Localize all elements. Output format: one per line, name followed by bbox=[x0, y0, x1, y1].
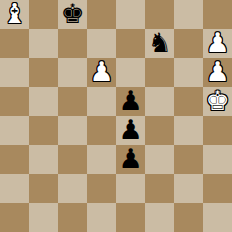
square-f8[interactable] bbox=[145, 0, 174, 29]
square-f2[interactable] bbox=[145, 174, 174, 203]
square-c8[interactable]: ♚ bbox=[58, 0, 87, 29]
square-a5[interactable] bbox=[0, 87, 29, 116]
square-e4[interactable]: ♟ bbox=[116, 116, 145, 145]
chess-board[interactable]: ♝♚♞♟♟♟♟♚♟♟ bbox=[0, 0, 232, 232]
square-g2[interactable] bbox=[174, 174, 203, 203]
square-f5[interactable] bbox=[145, 87, 174, 116]
black-knight-piece[interactable]: ♞ bbox=[147, 29, 171, 57]
square-e1[interactable] bbox=[116, 203, 145, 232]
square-b4[interactable] bbox=[29, 116, 58, 145]
square-e2[interactable] bbox=[116, 174, 145, 203]
square-a2[interactable] bbox=[0, 174, 29, 203]
square-h4[interactable] bbox=[203, 116, 232, 145]
square-g5[interactable] bbox=[174, 87, 203, 116]
square-b8[interactable] bbox=[29, 0, 58, 29]
square-h2[interactable] bbox=[203, 174, 232, 203]
square-b7[interactable] bbox=[29, 29, 58, 58]
square-d4[interactable] bbox=[87, 116, 116, 145]
white-pawn-piece[interactable]: ♟ bbox=[205, 58, 229, 86]
square-c6[interactable] bbox=[58, 58, 87, 87]
square-h5[interactable]: ♚ bbox=[203, 87, 232, 116]
square-a6[interactable] bbox=[0, 58, 29, 87]
square-b2[interactable] bbox=[29, 174, 58, 203]
black-pawn-piece[interactable]: ♟ bbox=[118, 87, 142, 115]
square-d3[interactable] bbox=[87, 145, 116, 174]
white-bishop-piece[interactable]: ♝ bbox=[2, 0, 26, 28]
square-h3[interactable] bbox=[203, 145, 232, 174]
square-e3[interactable]: ♟ bbox=[116, 145, 145, 174]
square-f1[interactable] bbox=[145, 203, 174, 232]
black-pawn-piece[interactable]: ♟ bbox=[118, 116, 142, 144]
square-d6[interactable]: ♟ bbox=[87, 58, 116, 87]
square-d5[interactable] bbox=[87, 87, 116, 116]
square-c7[interactable] bbox=[58, 29, 87, 58]
square-b6[interactable] bbox=[29, 58, 58, 87]
square-b3[interactable] bbox=[29, 145, 58, 174]
square-a4[interactable] bbox=[0, 116, 29, 145]
square-e6[interactable] bbox=[116, 58, 145, 87]
square-d7[interactable] bbox=[87, 29, 116, 58]
square-f4[interactable] bbox=[145, 116, 174, 145]
square-h8[interactable] bbox=[203, 0, 232, 29]
square-e7[interactable] bbox=[116, 29, 145, 58]
square-d1[interactable] bbox=[87, 203, 116, 232]
square-g8[interactable] bbox=[174, 0, 203, 29]
square-g3[interactable] bbox=[174, 145, 203, 174]
square-c1[interactable] bbox=[58, 203, 87, 232]
square-a1[interactable] bbox=[0, 203, 29, 232]
square-c5[interactable] bbox=[58, 87, 87, 116]
square-g6[interactable] bbox=[174, 58, 203, 87]
square-f6[interactable] bbox=[145, 58, 174, 87]
square-c4[interactable] bbox=[58, 116, 87, 145]
square-b1[interactable] bbox=[29, 203, 58, 232]
square-d2[interactable] bbox=[87, 174, 116, 203]
square-f7[interactable]: ♞ bbox=[145, 29, 174, 58]
square-h7[interactable]: ♟ bbox=[203, 29, 232, 58]
square-g1[interactable] bbox=[174, 203, 203, 232]
square-c3[interactable] bbox=[58, 145, 87, 174]
white-pawn-piece[interactable]: ♟ bbox=[205, 29, 229, 57]
square-f3[interactable] bbox=[145, 145, 174, 174]
square-b5[interactable] bbox=[29, 87, 58, 116]
square-g7[interactable] bbox=[174, 29, 203, 58]
square-h6[interactable]: ♟ bbox=[203, 58, 232, 87]
white-king-piece[interactable]: ♚ bbox=[205, 87, 229, 115]
black-king-piece[interactable]: ♚ bbox=[60, 0, 84, 28]
square-h1[interactable] bbox=[203, 203, 232, 232]
square-e8[interactable] bbox=[116, 0, 145, 29]
square-e5[interactable]: ♟ bbox=[116, 87, 145, 116]
square-g4[interactable] bbox=[174, 116, 203, 145]
square-d8[interactable] bbox=[87, 0, 116, 29]
square-c2[interactable] bbox=[58, 174, 87, 203]
black-pawn-piece[interactable]: ♟ bbox=[118, 145, 142, 173]
square-a3[interactable] bbox=[0, 145, 29, 174]
square-a8[interactable]: ♝ bbox=[0, 0, 29, 29]
square-a7[interactable] bbox=[0, 29, 29, 58]
white-pawn-piece[interactable]: ♟ bbox=[89, 58, 113, 86]
